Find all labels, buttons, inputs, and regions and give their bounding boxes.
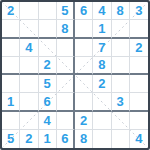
cell-r4c3[interactable]: 2 <box>39 57 57 75</box>
cell-r5c2[interactable] <box>20 75 38 93</box>
cell-r8c4[interactable]: 6 <box>57 130 75 148</box>
cell-r2c3[interactable] <box>39 20 57 38</box>
cell-r3c3[interactable] <box>39 39 57 57</box>
cell-r7c1[interactable] <box>2 112 20 130</box>
cell-r7c3[interactable]: 4 <box>39 112 57 130</box>
cell-r6c8[interactable] <box>130 93 148 111</box>
cell-r1c4[interactable]: 5 <box>57 2 75 20</box>
cell-r1c5[interactable]: 6 <box>75 2 93 20</box>
cell-r8c2[interactable]: 2 <box>20 130 38 148</box>
cell-r4c8[interactable] <box>130 57 148 75</box>
cell-r7c2[interactable] <box>20 112 38 130</box>
cell-r5c5[interactable] <box>75 75 93 93</box>
cell-r2c1[interactable] <box>2 20 20 38</box>
cell-r6c2[interactable] <box>20 93 38 111</box>
cell-r1c7[interactable]: 8 <box>112 2 130 20</box>
cell-r5c3[interactable]: 5 <box>39 75 57 93</box>
cell-r4c2[interactable] <box>20 57 38 75</box>
cell-r3c5[interactable] <box>75 39 93 57</box>
cell-r2c4[interactable]: 8 <box>57 20 75 38</box>
cell-r7c7[interactable] <box>112 112 130 130</box>
sudoku-grid: 25648381472285216342521684 <box>2 2 148 148</box>
cell-r6c5[interactable] <box>75 93 93 111</box>
cell-r3c7[interactable] <box>112 39 130 57</box>
cell-r8c7[interactable] <box>112 130 130 148</box>
cell-r5c8[interactable] <box>130 75 148 93</box>
cell-r1c1[interactable]: 2 <box>2 2 20 20</box>
cell-r2c2[interactable] <box>20 20 38 38</box>
cell-r2c5[interactable] <box>75 20 93 38</box>
cell-r3c1[interactable] <box>2 39 20 57</box>
cell-r1c3[interactable] <box>39 2 57 20</box>
cell-r4c5[interactable] <box>75 57 93 75</box>
cell-r4c4[interactable] <box>57 57 75 75</box>
cell-r3c6[interactable]: 7 <box>93 39 111 57</box>
cell-r6c6[interactable] <box>93 93 111 111</box>
cell-r8c3[interactable]: 1 <box>39 130 57 148</box>
cell-r8c6[interactable] <box>93 130 111 148</box>
cell-r7c8[interactable] <box>130 112 148 130</box>
cell-r3c8[interactable]: 2 <box>130 39 148 57</box>
cell-r5c4[interactable] <box>57 75 75 93</box>
cell-r7c6[interactable] <box>93 112 111 130</box>
cell-r7c5[interactable]: 2 <box>75 112 93 130</box>
cell-r3c2[interactable]: 4 <box>20 39 38 57</box>
cell-r4c1[interactable] <box>2 57 20 75</box>
cell-r3c4[interactable] <box>57 39 75 57</box>
cell-r7c4[interactable] <box>57 112 75 130</box>
cell-r4c7[interactable] <box>112 57 130 75</box>
cell-r6c7[interactable]: 3 <box>112 93 130 111</box>
cell-r5c1[interactable] <box>2 75 20 93</box>
cell-r8c1[interactable]: 5 <box>2 130 20 148</box>
cell-r2c6[interactable]: 1 <box>93 20 111 38</box>
cell-r6c1[interactable]: 1 <box>2 93 20 111</box>
cell-r1c8[interactable]: 3 <box>130 2 148 20</box>
cell-r2c7[interactable] <box>112 20 130 38</box>
cell-r6c3[interactable]: 6 <box>39 93 57 111</box>
sudoku-board: 25648381472285216342521684 <box>0 0 150 150</box>
cell-r1c6[interactable]: 4 <box>93 2 111 20</box>
cell-r1c2[interactable] <box>20 2 38 20</box>
cell-r2c8[interactable] <box>130 20 148 38</box>
cell-r5c6[interactable]: 2 <box>93 75 111 93</box>
cell-r4c6[interactable]: 8 <box>93 57 111 75</box>
cell-r8c8[interactable]: 4 <box>130 130 148 148</box>
cell-r8c5[interactable]: 8 <box>75 130 93 148</box>
cell-r6c4[interactable] <box>57 93 75 111</box>
cell-r5c7[interactable] <box>112 75 130 93</box>
